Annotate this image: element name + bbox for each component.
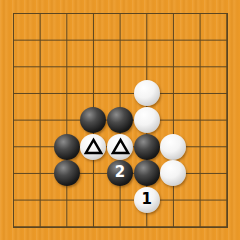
stone-black	[54, 134, 80, 160]
move-number-label: 2	[115, 165, 125, 180]
stone-black	[134, 160, 160, 186]
stone-white-move-1: 1	[134, 187, 160, 213]
stone-black	[107, 107, 133, 133]
stone-white	[160, 134, 186, 160]
stone-black	[54, 160, 80, 186]
stone-white	[134, 80, 160, 106]
triangle-mark	[84, 137, 103, 156]
stone-white	[160, 160, 186, 186]
stone-white-triangle	[107, 134, 133, 160]
triangle-mark	[111, 137, 130, 156]
go-board[interactable]: 21	[0, 0, 240, 240]
stone-black	[80, 107, 106, 133]
move-number-label: 1	[141, 192, 151, 207]
stone-white-triangle	[80, 134, 106, 160]
stones-layer: 21	[0, 0, 240, 240]
stone-black	[134, 134, 160, 160]
stone-black-move-2: 2	[107, 160, 133, 186]
stone-white	[134, 107, 160, 133]
